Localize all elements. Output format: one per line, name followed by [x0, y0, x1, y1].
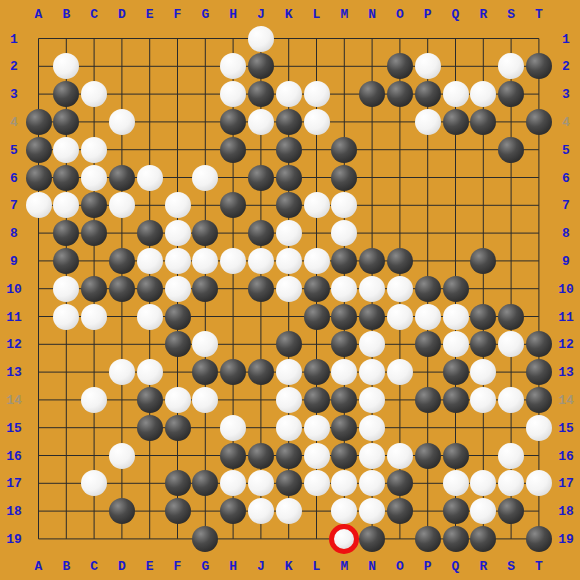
black-stone	[248, 443, 274, 469]
white-stone	[359, 415, 385, 441]
black-stone	[304, 276, 330, 302]
black-stone	[359, 526, 385, 552]
col-label-top: L	[313, 8, 321, 21]
white-stone	[192, 165, 218, 191]
black-stone	[387, 470, 413, 496]
col-label-top: C	[90, 8, 98, 21]
row-label-left: 18	[6, 505, 22, 518]
black-stone	[109, 276, 135, 302]
black-stone	[443, 276, 469, 302]
black-stone	[109, 165, 135, 191]
col-label-top: T	[535, 8, 543, 21]
white-stone	[81, 304, 107, 330]
white-stone	[276, 220, 302, 246]
col-label-bottom: M	[340, 560, 348, 573]
col-label-bottom: G	[201, 560, 209, 573]
white-stone	[304, 248, 330, 274]
white-stone	[248, 26, 274, 52]
black-stone	[276, 331, 302, 357]
row-label-right: 4	[562, 115, 570, 128]
black-stone	[415, 443, 441, 469]
black-stone	[359, 81, 385, 107]
black-stone	[470, 304, 496, 330]
white-stone	[359, 387, 385, 413]
white-stone	[443, 304, 469, 330]
row-label-left: 19	[6, 532, 22, 545]
col-label-bottom: J	[257, 560, 265, 573]
black-stone	[248, 165, 274, 191]
black-stone	[53, 248, 79, 274]
row-label-left: 2	[10, 60, 18, 73]
col-label-top: R	[479, 8, 487, 21]
black-stone	[498, 498, 524, 524]
black-stone	[220, 498, 246, 524]
row-label-left: 17	[6, 477, 22, 490]
col-label-bottom: L	[313, 560, 321, 573]
black-stone	[331, 415, 357, 441]
row-label-right: 19	[558, 532, 574, 545]
col-label-bottom: N	[368, 560, 376, 573]
black-stone	[387, 248, 413, 274]
row-label-left: 6	[10, 171, 18, 184]
black-stone	[248, 359, 274, 385]
black-stone	[331, 137, 357, 163]
white-stone	[109, 109, 135, 135]
white-stone	[359, 498, 385, 524]
white-stone	[81, 387, 107, 413]
col-label-bottom: Q	[452, 560, 460, 573]
col-label-bottom: K	[285, 560, 293, 573]
black-stone	[81, 220, 107, 246]
black-stone	[387, 81, 413, 107]
black-stone	[331, 165, 357, 191]
black-stone	[470, 109, 496, 135]
white-stone	[137, 359, 163, 385]
white-stone	[192, 248, 218, 274]
row-label-left: 16	[6, 449, 22, 462]
black-stone	[470, 526, 496, 552]
black-stone	[165, 470, 191, 496]
col-label-bottom: R	[479, 560, 487, 573]
white-stone	[415, 53, 441, 79]
col-label-top: A	[35, 8, 43, 21]
white-stone	[276, 359, 302, 385]
row-label-right: 8	[562, 227, 570, 240]
black-stone	[331, 248, 357, 274]
row-label-right: 1	[562, 32, 570, 45]
white-stone	[276, 248, 302, 274]
white-stone	[498, 443, 524, 469]
black-stone	[276, 137, 302, 163]
row-label-left: 11	[6, 310, 22, 323]
col-label-bottom: H	[229, 560, 237, 573]
white-stone	[220, 248, 246, 274]
black-stone	[248, 81, 274, 107]
white-stone	[359, 276, 385, 302]
black-stone	[415, 276, 441, 302]
black-stone	[192, 276, 218, 302]
white-stone-last-move	[329, 524, 359, 554]
white-stone	[165, 387, 191, 413]
white-stone	[304, 192, 330, 218]
black-stone	[276, 165, 302, 191]
row-label-right: 12	[558, 338, 574, 351]
row-label-right: 14	[558, 393, 574, 406]
black-stone	[415, 81, 441, 107]
col-label-bottom: D	[118, 560, 126, 573]
black-stone	[109, 498, 135, 524]
black-stone	[165, 304, 191, 330]
black-stone	[81, 276, 107, 302]
white-stone	[165, 220, 191, 246]
row-label-left: 7	[10, 199, 18, 212]
col-label-bottom: C	[90, 560, 98, 573]
black-stone	[526, 387, 552, 413]
white-stone	[415, 304, 441, 330]
black-stone	[331, 304, 357, 330]
black-stone	[26, 137, 52, 163]
white-stone	[304, 81, 330, 107]
black-stone	[220, 137, 246, 163]
black-stone	[165, 498, 191, 524]
col-label-bottom: S	[507, 560, 515, 573]
black-stone	[526, 331, 552, 357]
row-label-left: 8	[10, 227, 18, 240]
black-stone	[276, 192, 302, 218]
col-label-bottom: A	[35, 560, 43, 573]
black-stone	[26, 165, 52, 191]
row-label-right: 2	[562, 60, 570, 73]
white-stone	[53, 304, 79, 330]
black-stone	[304, 387, 330, 413]
black-stone	[304, 304, 330, 330]
white-stone	[192, 387, 218, 413]
white-stone	[498, 387, 524, 413]
col-label-bottom: O	[396, 560, 404, 573]
white-stone	[276, 387, 302, 413]
white-stone	[304, 109, 330, 135]
black-stone	[53, 109, 79, 135]
black-stone	[359, 248, 385, 274]
white-stone	[109, 443, 135, 469]
black-stone	[415, 331, 441, 357]
row-label-right: 5	[562, 143, 570, 156]
col-label-top: Q	[452, 8, 460, 21]
white-stone	[165, 192, 191, 218]
black-stone	[498, 304, 524, 330]
black-stone	[526, 526, 552, 552]
row-label-left: 4	[10, 115, 18, 128]
white-stone	[276, 498, 302, 524]
black-stone	[443, 443, 469, 469]
col-label-top: N	[368, 8, 376, 21]
black-stone	[387, 498, 413, 524]
black-stone	[304, 359, 330, 385]
white-stone	[53, 276, 79, 302]
black-stone	[276, 109, 302, 135]
white-stone	[276, 276, 302, 302]
row-label-right: 6	[562, 171, 570, 184]
col-label-top: D	[118, 8, 126, 21]
black-stone	[248, 276, 274, 302]
col-label-top: M	[340, 8, 348, 21]
row-label-right: 11	[558, 310, 574, 323]
goban[interactable]: AABBCCDDEEFFGGHHJJKKLLMMNNOOPPQQRRSSTT11…	[0, 0, 580, 580]
white-stone	[81, 165, 107, 191]
white-stone	[387, 359, 413, 385]
black-stone	[248, 220, 274, 246]
row-label-left: 12	[6, 338, 22, 351]
col-label-top: S	[507, 8, 515, 21]
row-label-right: 9	[562, 254, 570, 267]
black-stone	[526, 109, 552, 135]
white-stone	[137, 304, 163, 330]
black-stone	[192, 526, 218, 552]
white-stone	[220, 415, 246, 441]
black-stone	[53, 165, 79, 191]
white-stone	[137, 248, 163, 274]
row-label-right: 18	[558, 505, 574, 518]
black-stone	[137, 387, 163, 413]
white-stone	[248, 498, 274, 524]
white-stone	[359, 359, 385, 385]
white-stone	[526, 415, 552, 441]
white-stone	[443, 81, 469, 107]
col-label-top: J	[257, 8, 265, 21]
col-label-bottom: B	[62, 560, 70, 573]
white-stone	[26, 192, 52, 218]
col-label-top: P	[424, 8, 432, 21]
white-stone	[248, 109, 274, 135]
row-label-left: 13	[6, 366, 22, 379]
black-stone	[443, 526, 469, 552]
black-stone	[359, 304, 385, 330]
black-stone	[165, 331, 191, 357]
col-label-top: G	[201, 8, 209, 21]
col-label-top: F	[174, 8, 182, 21]
col-label-top: E	[146, 8, 154, 21]
black-stone	[276, 470, 302, 496]
white-stone	[165, 276, 191, 302]
row-label-right: 3	[562, 88, 570, 101]
white-stone	[137, 165, 163, 191]
black-stone	[526, 359, 552, 385]
white-stone	[81, 81, 107, 107]
row-label-left: 9	[10, 254, 18, 267]
col-label-top: B	[62, 8, 70, 21]
black-stone	[331, 443, 357, 469]
white-stone	[304, 470, 330, 496]
row-label-right: 17	[558, 477, 574, 490]
row-label-right: 10	[558, 282, 574, 295]
col-label-top: K	[285, 8, 293, 21]
white-stone	[220, 81, 246, 107]
black-stone	[220, 443, 246, 469]
row-label-left: 1	[10, 32, 18, 45]
row-label-left: 15	[6, 421, 22, 434]
col-label-bottom: F	[174, 560, 182, 573]
black-stone	[387, 53, 413, 79]
white-stone	[470, 387, 496, 413]
row-label-right: 13	[558, 366, 574, 379]
col-label-bottom: P	[424, 560, 432, 573]
col-label-top: O	[396, 8, 404, 21]
black-stone	[331, 387, 357, 413]
black-stone	[248, 53, 274, 79]
black-stone	[137, 276, 163, 302]
row-label-left: 14	[6, 393, 22, 406]
white-stone	[81, 137, 107, 163]
row-label-right: 7	[562, 199, 570, 212]
white-stone	[387, 443, 413, 469]
black-stone	[26, 109, 52, 135]
white-stone	[526, 470, 552, 496]
white-stone	[109, 192, 135, 218]
black-stone	[415, 387, 441, 413]
col-label-top: H	[229, 8, 237, 21]
white-stone	[443, 470, 469, 496]
row-label-left: 5	[10, 143, 18, 156]
black-stone	[443, 387, 469, 413]
black-stone	[220, 359, 246, 385]
black-stone	[526, 53, 552, 79]
row-label-left: 3	[10, 88, 18, 101]
white-stone	[53, 137, 79, 163]
white-stone	[359, 443, 385, 469]
black-stone	[443, 498, 469, 524]
black-stone	[137, 415, 163, 441]
black-stone	[220, 109, 246, 135]
black-stone	[137, 220, 163, 246]
black-stone	[470, 248, 496, 274]
black-stone	[415, 526, 441, 552]
black-stone	[443, 109, 469, 135]
row-label-left: 10	[6, 282, 22, 295]
white-stone	[165, 248, 191, 274]
col-label-bottom: T	[535, 560, 543, 573]
white-stone	[304, 415, 330, 441]
white-stone	[276, 415, 302, 441]
white-stone	[443, 331, 469, 357]
white-stone	[109, 359, 135, 385]
col-label-bottom: E	[146, 560, 154, 573]
row-label-right: 15	[558, 421, 574, 434]
white-stone	[248, 248, 274, 274]
white-stone	[304, 443, 330, 469]
white-stone	[331, 276, 357, 302]
white-stone	[387, 276, 413, 302]
black-stone	[498, 81, 524, 107]
black-stone	[443, 359, 469, 385]
black-stone	[498, 137, 524, 163]
black-stone	[276, 443, 302, 469]
white-stone	[248, 470, 274, 496]
black-stone	[165, 415, 191, 441]
row-label-right: 16	[558, 449, 574, 462]
white-stone	[415, 109, 441, 135]
white-stone	[387, 304, 413, 330]
black-stone	[109, 248, 135, 274]
white-stone	[276, 81, 302, 107]
